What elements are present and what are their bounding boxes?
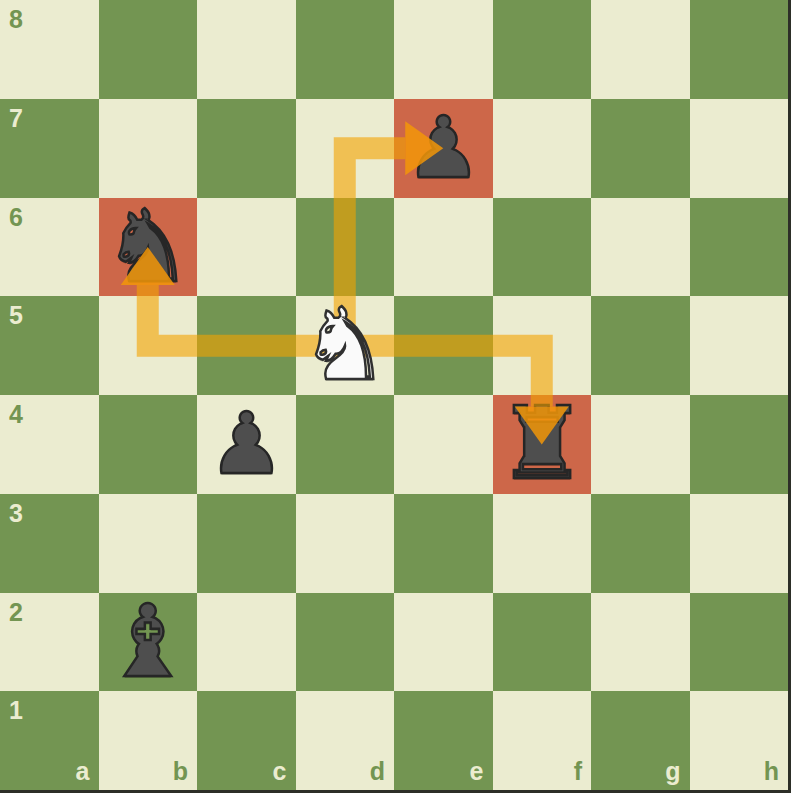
- square-b4[interactable]: [99, 395, 198, 494]
- square-h6[interactable]: [690, 198, 789, 297]
- square-c6[interactable]: [197, 198, 296, 297]
- file-label-f: f: [574, 757, 582, 786]
- square-a8[interactable]: 8: [0, 0, 99, 99]
- piece-black-knight-b6[interactable]: ♞: [99, 198, 198, 296]
- square-f7[interactable]: [493, 99, 592, 198]
- square-h8[interactable]: [690, 0, 789, 99]
- square-f1[interactable]: f: [493, 691, 592, 790]
- square-e1[interactable]: e: [394, 691, 493, 790]
- square-a5[interactable]: 5: [0, 296, 99, 395]
- square-c8[interactable]: [197, 0, 296, 99]
- chess-board: 87♟6♞5♞4♟♜32♝1abcdefgh: [0, 0, 791, 793]
- square-b7[interactable]: [99, 99, 198, 198]
- square-h7[interactable]: [690, 99, 789, 198]
- square-h3[interactable]: [690, 494, 789, 593]
- square-c3[interactable]: [197, 494, 296, 593]
- square-a1[interactable]: 1a: [0, 691, 99, 790]
- square-b2[interactable]: ♝: [99, 593, 198, 692]
- square-g2[interactable]: [591, 593, 690, 692]
- square-f5[interactable]: [493, 296, 592, 395]
- square-e4[interactable]: [394, 395, 493, 494]
- piece-black-rook-f4[interactable]: ♜: [493, 395, 592, 493]
- square-h2[interactable]: [690, 593, 789, 692]
- rank-label-6: 6: [9, 203, 23, 232]
- piece-black-pawn-c4[interactable]: ♟: [197, 395, 296, 493]
- square-g1[interactable]: g: [591, 691, 690, 790]
- square-a4[interactable]: 4: [0, 395, 99, 494]
- square-d8[interactable]: [296, 0, 395, 99]
- square-g6[interactable]: [591, 198, 690, 297]
- square-b5[interactable]: [99, 296, 198, 395]
- rank-label-2: 2: [9, 598, 23, 627]
- square-g3[interactable]: [591, 494, 690, 593]
- file-label-a: a: [76, 757, 90, 786]
- square-e8[interactable]: [394, 0, 493, 99]
- square-g7[interactable]: [591, 99, 690, 198]
- rank-label-4: 4: [9, 400, 23, 429]
- piece-white-knight-d5[interactable]: ♞: [296, 296, 395, 394]
- square-d2[interactable]: [296, 593, 395, 692]
- square-g8[interactable]: [591, 0, 690, 99]
- square-e5[interactable]: [394, 296, 493, 395]
- square-c1[interactable]: c: [197, 691, 296, 790]
- square-d7[interactable]: [296, 99, 395, 198]
- rank-label-8: 8: [9, 5, 23, 34]
- square-a2[interactable]: 2: [0, 593, 99, 692]
- file-label-b: b: [173, 757, 188, 786]
- piece-black-bishop-b2[interactable]: ♝: [99, 593, 198, 691]
- square-d3[interactable]: [296, 494, 395, 593]
- square-b6[interactable]: ♞: [99, 198, 198, 297]
- square-b1[interactable]: b: [99, 691, 198, 790]
- file-label-e: e: [470, 757, 484, 786]
- piece-black-pawn-e7[interactable]: ♟: [394, 99, 493, 197]
- square-b8[interactable]: [99, 0, 198, 99]
- square-b3[interactable]: [99, 494, 198, 593]
- file-label-h: h: [764, 757, 779, 786]
- rank-label-1: 1: [9, 696, 23, 725]
- square-h5[interactable]: [690, 296, 789, 395]
- rank-label-7: 7: [9, 104, 23, 133]
- file-label-c: c: [273, 757, 287, 786]
- square-g5[interactable]: [591, 296, 690, 395]
- square-f8[interactable]: [493, 0, 592, 99]
- file-label-d: d: [370, 757, 385, 786]
- square-e2[interactable]: [394, 593, 493, 692]
- square-d6[interactable]: [296, 198, 395, 297]
- square-h1[interactable]: h: [690, 691, 789, 790]
- square-e7[interactable]: ♟: [394, 99, 493, 198]
- square-f6[interactable]: [493, 198, 592, 297]
- board-grid: 87♟6♞5♞4♟♜32♝1abcdefgh: [0, 0, 788, 790]
- square-c4[interactable]: ♟: [197, 395, 296, 494]
- square-c2[interactable]: [197, 593, 296, 692]
- square-e6[interactable]: [394, 198, 493, 297]
- square-g4[interactable]: [591, 395, 690, 494]
- rank-label-5: 5: [9, 301, 23, 330]
- rank-label-3: 3: [9, 499, 23, 528]
- square-a3[interactable]: 3: [0, 494, 99, 593]
- square-h4[interactable]: [690, 395, 789, 494]
- square-d4[interactable]: [296, 395, 395, 494]
- file-label-g: g: [665, 757, 680, 786]
- square-c7[interactable]: [197, 99, 296, 198]
- square-e3[interactable]: [394, 494, 493, 593]
- square-a6[interactable]: 6: [0, 198, 99, 297]
- square-f3[interactable]: [493, 494, 592, 593]
- square-a7[interactable]: 7: [0, 99, 99, 198]
- square-f2[interactable]: [493, 593, 592, 692]
- square-d5[interactable]: ♞: [296, 296, 395, 395]
- square-f4[interactable]: ♜: [493, 395, 592, 494]
- square-d1[interactable]: d: [296, 691, 395, 790]
- square-c5[interactable]: [197, 296, 296, 395]
